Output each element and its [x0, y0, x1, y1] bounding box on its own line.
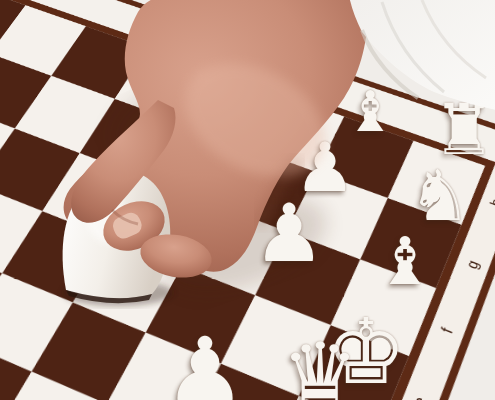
board-perspective-plane: abcdefgh: [0, 86, 495, 400]
photo-scene: abcdefgh ♟♟♟♝♛♚♝♞♜: [0, 0, 495, 400]
sleeve-fold: [422, 0, 486, 78]
chessboard: abcdefgh: [0, 0, 495, 400]
